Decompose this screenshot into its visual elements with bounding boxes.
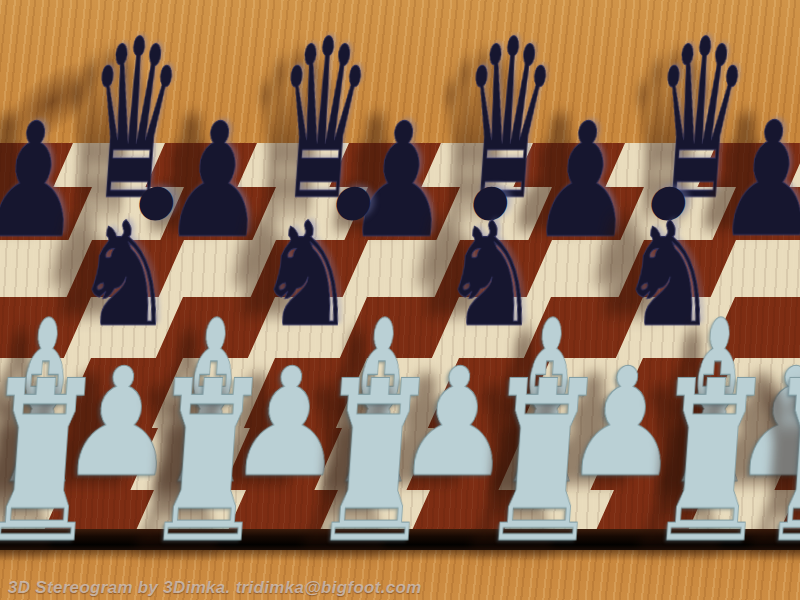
white-rook: ♜ [0,352,110,574]
stereogram-scene: ♛♛♛♛♟♟♟♟♟●●●●♞♞♞♞♝♝♝♝♝♟♟♟♟♟♜♜♜♜♜♜ 3D Ste… [0,0,800,600]
white-rook: ♜ [138,352,277,574]
watermark-text: 3D Stereogram by 3Dimka. tridimka@bigfoo… [8,578,422,598]
black-pawn: ♟ [0,102,89,260]
white-rook: ♜ [473,352,612,574]
black-pawn: ♟ [714,101,800,259]
white-rook: ♜ [305,352,444,574]
